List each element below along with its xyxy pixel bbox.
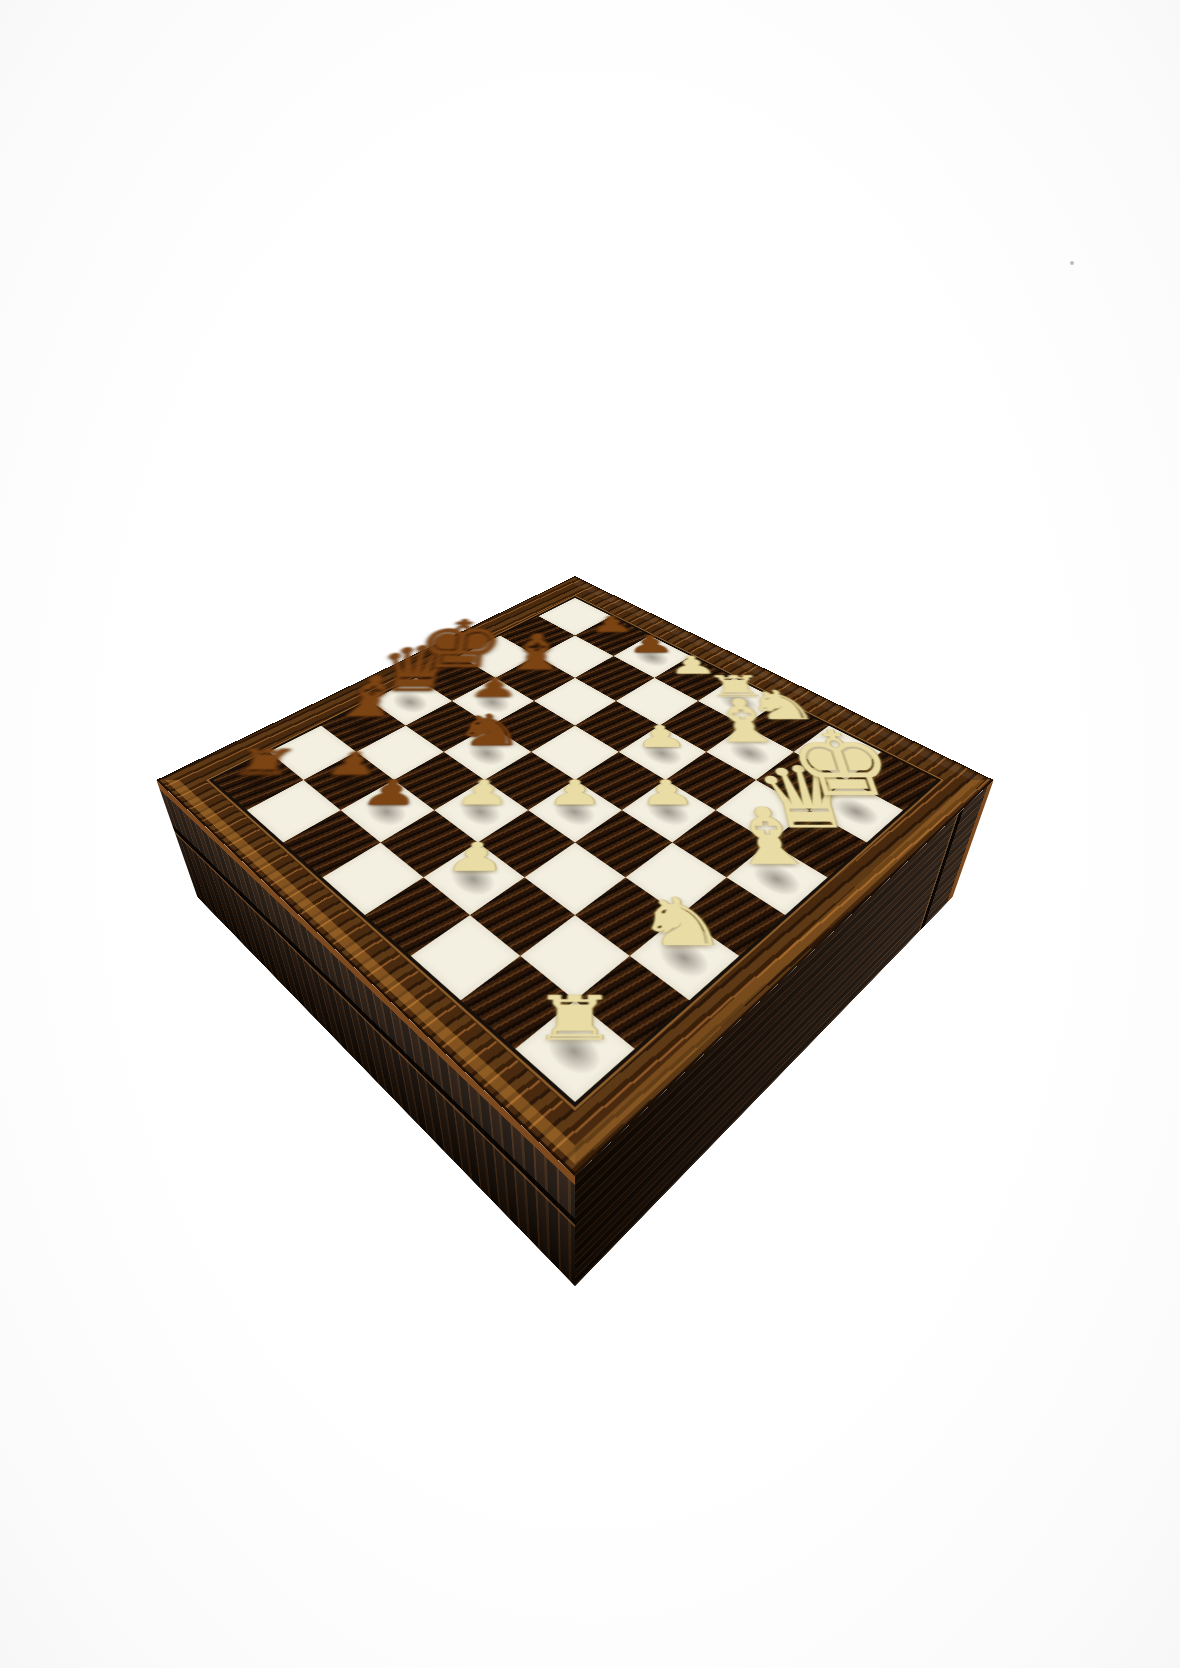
chess-box: ♜♝♛♚♟♟♝♟♟♞♟♟♟♟♟♟♜♟♝♞♜♞♝♛♚: [156, 576, 993, 1176]
perspective-stage: ♜♝♛♚♟♟♝♟♟♞♟♟♟♟♟♟♜♟♝♞♜♞♝♛♚: [0, 0, 1180, 1668]
dust-speck: [1070, 261, 1074, 265]
chess-board: [213, 598, 937, 1102]
square-h1: [847, 752, 938, 810]
product-photo: ♜♝♛♚♟♟♝♟♟♞♟♟♟♟♟♟♜♟♝♞♜♞♝♛♚: [0, 0, 1180, 1668]
